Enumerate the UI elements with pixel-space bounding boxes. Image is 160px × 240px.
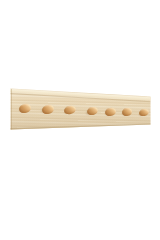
product-photo <box>0 0 160 240</box>
wooden-peg <box>41 104 55 115</box>
wooden-peg <box>122 107 134 117</box>
peg-row <box>10 88 151 130</box>
wooden-peg <box>105 106 117 116</box>
wooden-peg-rail <box>10 88 151 130</box>
wooden-peg <box>18 103 32 114</box>
wooden-peg <box>138 107 149 116</box>
wooden-peg <box>86 106 99 116</box>
